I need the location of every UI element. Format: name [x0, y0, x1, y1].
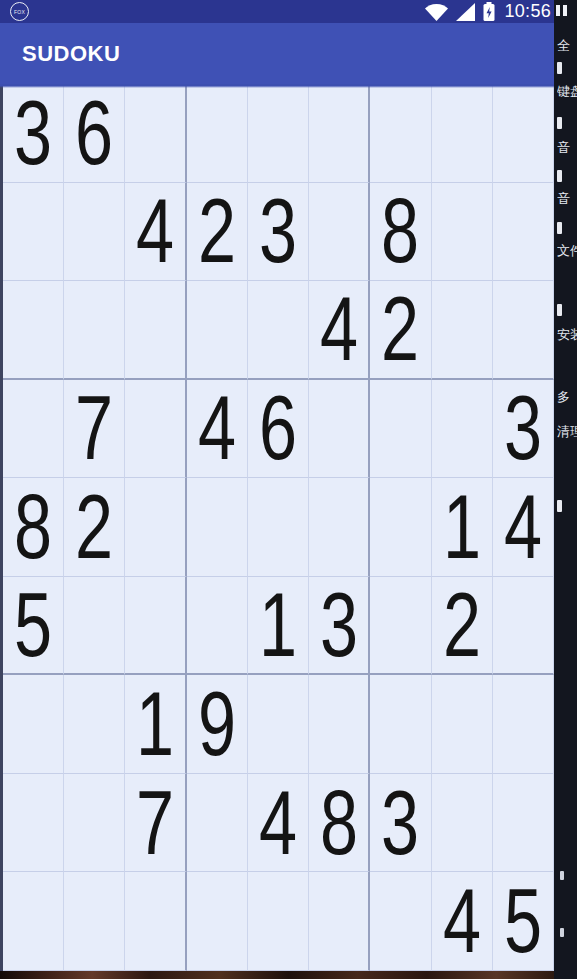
cell-r2c3[interactable]: 4 — [125, 183, 186, 282]
cell-r4c4[interactable]: 4 — [187, 380, 248, 479]
cell-r1c5[interactable] — [248, 84, 309, 183]
overlay-menu-item-1[interactable]: 全 — [557, 37, 577, 55]
cell-r9c3[interactable] — [125, 872, 186, 971]
cell-r5c9[interactable]: 4 — [493, 478, 554, 577]
overlay-icon-fragment — [557, 62, 562, 74]
cell-r2c2[interactable] — [64, 183, 125, 282]
given-digit: 4 — [259, 778, 297, 868]
cell-r1c1[interactable]: 3 — [3, 84, 64, 183]
cell-r3c7[interactable]: 2 — [370, 281, 431, 380]
cell-r3c2[interactable] — [64, 281, 125, 380]
cell-r9c2[interactable] — [64, 872, 125, 971]
overlay-menu-item-4[interactable]: 音 — [557, 190, 577, 208]
cell-r1c6[interactable] — [309, 84, 370, 183]
logo-text: FOX — [14, 9, 25, 15]
cell-r7c8[interactable] — [432, 675, 493, 774]
cell-r1c4[interactable] — [187, 84, 248, 183]
cell-r9c7[interactable] — [370, 872, 431, 971]
cell-r8c4[interactable] — [187, 774, 248, 873]
cell-r1c7[interactable] — [370, 84, 431, 183]
cell-r8c9[interactable] — [493, 774, 554, 873]
cell-r5c7[interactable] — [370, 478, 431, 577]
cell-r3c6[interactable]: 4 — [309, 281, 370, 380]
cell-r6c8[interactable]: 2 — [432, 577, 493, 676]
cell-r5c1[interactable]: 8 — [3, 478, 64, 577]
cell-r4c8[interactable] — [432, 380, 493, 479]
cell-r5c4[interactable] — [187, 478, 248, 577]
cell-r5c8[interactable]: 1 — [432, 478, 493, 577]
overlay-icon-fragment — [560, 871, 564, 880]
given-digit: 3 — [381, 778, 419, 868]
android-screen: FOX 10:56 SUDOKU 36423842746382145132197… — [0, 0, 577, 979]
given-digit: 1 — [443, 482, 481, 572]
cell-r5c3[interactable] — [125, 478, 186, 577]
cell-r4c1[interactable] — [3, 380, 64, 479]
given-digit: 2 — [443, 580, 481, 670]
cell-r5c2[interactable]: 2 — [64, 478, 125, 577]
given-digit: 8 — [14, 482, 52, 572]
given-digit: 6 — [75, 88, 113, 178]
given-digit: 8 — [320, 778, 358, 868]
given-digit: 4 — [136, 186, 174, 276]
wifi-icon — [424, 2, 449, 22]
cell-r4c3[interactable] — [125, 380, 186, 479]
cell-r4c5[interactable]: 6 — [248, 380, 309, 479]
cell-r3c5[interactable] — [248, 281, 309, 380]
overlay-menu-item-6[interactable]: 安装 — [557, 326, 577, 344]
given-digit: 8 — [381, 186, 419, 276]
overlay-menu-item-8[interactable]: 清理 — [557, 423, 577, 441]
overlay-statusbar-fragment — [556, 5, 560, 16]
cell-r9c4[interactable] — [187, 872, 248, 971]
cell-r6c2[interactable] — [64, 577, 125, 676]
cell-r2c1[interactable] — [3, 183, 64, 282]
cell-r7c1[interactable] — [3, 675, 64, 774]
cell-r7c5[interactable] — [248, 675, 309, 774]
cell-r6c1[interactable]: 5 — [3, 577, 64, 676]
sudoku-board: 3642384274638214513219748345 — [0, 84, 554, 971]
cell-r7c9[interactable] — [493, 675, 554, 774]
cell-r8c3[interactable]: 7 — [125, 774, 186, 873]
given-digit: 4 — [320, 284, 358, 374]
overlay-icon-fragment — [560, 928, 564, 937]
given-digit: 7 — [75, 383, 113, 473]
cell-r7c4[interactable]: 9 — [187, 675, 248, 774]
given-digit: 2 — [381, 284, 419, 374]
cell-r6c6[interactable]: 3 — [309, 577, 370, 676]
side-overlay-panel: 全键盘音音文件安装多清理 — [554, 0, 577, 979]
cell-r8c7[interactable]: 3 — [370, 774, 431, 873]
given-digit: 2 — [198, 186, 236, 276]
cell-r2c7[interactable]: 8 — [370, 183, 431, 282]
overlay-icon-fragment — [557, 170, 562, 182]
cell-r8c2[interactable] — [64, 774, 125, 873]
cell-r6c3[interactable] — [125, 577, 186, 676]
cell-r7c7[interactable] — [370, 675, 431, 774]
bottom-background-strip — [0, 971, 577, 979]
app-bar: SUDOKU — [0, 23, 577, 84]
cell-r3c8[interactable] — [432, 281, 493, 380]
overlay-icon-fragment — [557, 222, 562, 234]
overlay-icon-fragment — [557, 304, 562, 316]
given-digit: 4 — [443, 876, 481, 966]
cell-r9c5[interactable] — [248, 872, 309, 971]
cell-r2c4[interactable]: 2 — [187, 183, 248, 282]
given-digit: 2 — [75, 482, 113, 572]
cell-r4c6[interactable] — [309, 380, 370, 479]
cell-r9c6[interactable] — [309, 872, 370, 971]
cell-r8c1[interactable] — [3, 774, 64, 873]
given-digit: 4 — [504, 482, 542, 572]
overlay-statusbar-fragment — [563, 5, 567, 16]
cell-r3c9[interactable] — [493, 281, 554, 380]
cell-r1c8[interactable] — [432, 84, 493, 183]
overlay-menu-item-5[interactable]: 文件 — [557, 242, 577, 260]
overlay-icon-fragment — [557, 500, 562, 512]
given-digit: 1 — [136, 679, 174, 769]
cell-r3c3[interactable] — [125, 281, 186, 380]
given-digit: 4 — [198, 383, 236, 473]
overlay-menu-item-7[interactable]: 多 — [557, 388, 577, 406]
cell-r3c1[interactable] — [3, 281, 64, 380]
given-digit: 3 — [320, 580, 358, 670]
cell-r4c2[interactable]: 7 — [64, 380, 125, 479]
cell-r6c9[interactable] — [493, 577, 554, 676]
cell-r9c9[interactable]: 5 — [493, 872, 554, 971]
cell-r3c4[interactable] — [187, 281, 248, 380]
overlay-menu-item-2[interactable]: 键盘 — [557, 83, 577, 101]
cell-r6c7[interactable] — [370, 577, 431, 676]
cell-r5c5[interactable] — [248, 478, 309, 577]
cell-r1c9[interactable] — [493, 84, 554, 183]
given-digit: 9 — [198, 679, 236, 769]
notification-logo-icon: FOX — [10, 2, 29, 21]
cell-r8c5[interactable]: 4 — [248, 774, 309, 873]
cell-r2c5[interactable]: 3 — [248, 183, 309, 282]
cell-r6c4[interactable] — [187, 577, 248, 676]
app-title: SUDOKU — [22, 41, 120, 67]
given-digit: 7 — [136, 778, 174, 868]
cell-r7c6[interactable] — [309, 675, 370, 774]
given-digit: 3 — [14, 88, 52, 178]
cell-r1c2[interactable]: 6 — [64, 84, 125, 183]
cell-r2c9[interactable] — [493, 183, 554, 282]
cell-r8c8[interactable] — [432, 774, 493, 873]
status-bar-right: 10:56 — [424, 0, 551, 23]
cell-r4c7[interactable] — [370, 380, 431, 479]
cell-r9c1[interactable] — [3, 872, 64, 971]
cell-r1c3[interactable] — [125, 84, 186, 183]
cell-r7c3[interactable]: 1 — [125, 675, 186, 774]
overlay-menu-item-3[interactable]: 音 — [557, 139, 577, 157]
cellular-signal-icon — [455, 2, 476, 22]
status-bar: FOX 10:56 — [0, 0, 577, 23]
cell-r2c6[interactable] — [309, 183, 370, 282]
status-clock: 10:56 — [504, 1, 551, 22]
cell-r2c8[interactable] — [432, 183, 493, 282]
cell-r6c5[interactable]: 1 — [248, 577, 309, 676]
given-digit: 5 — [14, 580, 52, 670]
given-digit: 1 — [259, 580, 297, 670]
battery-charging-icon — [482, 1, 496, 22]
cell-r5c6[interactable] — [309, 478, 370, 577]
cell-r4c9[interactable]: 3 — [493, 380, 554, 479]
app-bar-shadow — [0, 84, 554, 88]
given-digit: 3 — [259, 186, 297, 276]
cell-r7c2[interactable] — [64, 675, 125, 774]
given-digit: 6 — [259, 383, 297, 473]
given-digit: 3 — [504, 383, 542, 473]
cell-r9c8[interactable]: 4 — [432, 872, 493, 971]
overlay-icon-fragment — [557, 117, 562, 129]
given-digit: 5 — [504, 876, 542, 966]
cell-r8c6[interactable]: 8 — [309, 774, 370, 873]
